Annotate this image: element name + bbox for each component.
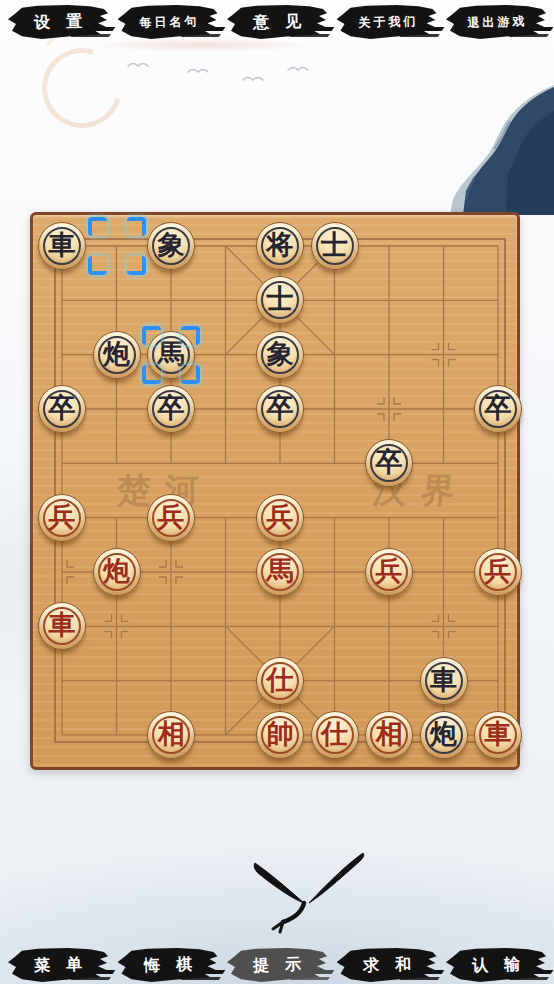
resign-button[interactable]: 认输 <box>446 948 546 982</box>
piece-black-elephant[interactable]: 象 <box>256 331 304 379</box>
top-menu-bar: 设置 每日名句 意见 关于我们 退出游戏 <box>0 5 554 39</box>
piece-black-general[interactable]: 将 <box>256 222 304 270</box>
undo-move-button[interactable]: 悔棋 <box>118 948 218 982</box>
piece-black-soldier[interactable]: 卒 <box>474 385 522 433</box>
feedback-button-label: 意见 <box>227 4 328 41</box>
ink-mountain-icon <box>422 85 554 215</box>
piece-red-soldier[interactable]: 兵 <box>38 494 86 542</box>
piece-glyph: 車 <box>49 232 76 260</box>
piece-red-cannon[interactable]: 炮 <box>93 548 141 596</box>
piece-glyph: 士 <box>321 232 348 260</box>
piece-glyph: 車 <box>485 721 512 749</box>
settings-button-label: 设置 <box>8 4 109 41</box>
offer-draw-button[interactable]: 求和 <box>337 948 437 982</box>
piece-red-general[interactable]: 帥 <box>256 711 304 759</box>
piece-red-soldier[interactable]: 兵 <box>256 494 304 542</box>
piece-glyph: 士 <box>267 286 294 314</box>
piece-black-soldier[interactable]: 卒 <box>147 385 195 433</box>
piece-black-chariot[interactable]: 車 <box>420 657 468 705</box>
piece-glyph: 帥 <box>267 721 294 749</box>
piece-glyph: 象 <box>267 341 294 369</box>
piece-glyph: 相 <box>158 721 185 749</box>
piece-glyph: 仕 <box>321 721 348 749</box>
piece-red-chariot[interactable]: 車 <box>474 711 522 759</box>
piece-glyph: 馬 <box>267 558 294 586</box>
piece-black-horse[interactable]: 馬 <box>147 331 195 379</box>
piece-black-chariot[interactable]: 車 <box>38 222 86 270</box>
about-us-button-label: 关于我们 <box>336 4 437 41</box>
undo-move-button-label: 悔棋 <box>117 947 218 984</box>
ink-bird-icon <box>225 845 375 940</box>
xiangqi-app-screen: 设置 每日名句 意见 关于我们 退出游戏 楚河 汉界 車象将士士炮馬象卒卒卒卒卒… <box>0 0 554 984</box>
piece-red-soldier[interactable]: 兵 <box>474 548 522 596</box>
piece-glyph: 相 <box>376 721 403 749</box>
piece-glyph: 兵 <box>267 504 294 532</box>
piece-glyph: 卒 <box>485 395 512 423</box>
feedback-button[interactable]: 意见 <box>227 5 327 39</box>
piece-glyph: 将 <box>267 232 294 260</box>
piece-glyph: 兵 <box>49 504 76 532</box>
menu-button[interactable]: 菜单 <box>8 948 108 982</box>
menu-button-label: 菜单 <box>8 947 109 984</box>
piece-glyph: 卒 <box>267 395 294 423</box>
daily-quote-button[interactable]: 每日名句 <box>118 5 218 39</box>
piece-black-advisor[interactable]: 士 <box>311 222 359 270</box>
piece-glyph: 卒 <box>158 395 185 423</box>
exit-game-button[interactable]: 退出游戏 <box>446 5 546 39</box>
daily-quote-button-label: 每日名句 <box>117 4 218 41</box>
piece-glyph: 兵 <box>158 504 185 532</box>
piece-glyph: 炮 <box>430 721 457 749</box>
exit-game-button-label: 退出游戏 <box>446 4 547 41</box>
piece-glyph: 象 <box>158 232 185 260</box>
piece-red-chariot[interactable]: 車 <box>38 602 86 650</box>
piece-glyph: 車 <box>49 612 76 640</box>
piece-glyph: 兵 <box>376 558 403 586</box>
piece-red-elephant[interactable]: 相 <box>365 711 413 759</box>
hint-button-label: 提示 <box>227 947 328 984</box>
piece-black-elephant[interactable]: 象 <box>147 222 195 270</box>
piece-glyph: 仕 <box>267 667 294 695</box>
piece-red-elephant[interactable]: 相 <box>147 711 195 759</box>
piece-glyph: 炮 <box>103 341 130 369</box>
distant-birds-icon <box>118 58 338 92</box>
piece-black-cannon[interactable]: 炮 <box>93 331 141 379</box>
piece-black-soldier[interactable]: 卒 <box>38 385 86 433</box>
piece-black-cannon[interactable]: 炮 <box>420 711 468 759</box>
piece-black-advisor[interactable]: 士 <box>256 276 304 324</box>
piece-black-soldier[interactable]: 卒 <box>256 385 304 433</box>
piece-glyph: 炮 <box>103 558 130 586</box>
piece-red-soldier[interactable]: 兵 <box>365 548 413 596</box>
piece-glyph: 車 <box>430 667 457 695</box>
settings-button[interactable]: 设置 <box>8 5 108 39</box>
piece-glyph: 兵 <box>485 558 512 586</box>
xiangqi-board[interactable]: 楚河 汉界 車象将士士炮馬象卒卒卒卒卒車炮兵兵兵炮馬兵兵車仕相帥仕相車 <box>30 212 520 770</box>
hint-button[interactable]: 提示 <box>227 948 327 982</box>
about-us-button[interactable]: 关于我们 <box>337 5 437 39</box>
piece-red-advisor[interactable]: 仕 <box>256 657 304 705</box>
piece-red-soldier[interactable]: 兵 <box>147 494 195 542</box>
piece-red-horse[interactable]: 馬 <box>256 548 304 596</box>
resign-button-label: 认输 <box>446 947 547 984</box>
bottom-menu-bar: 菜单 悔棋 提示 求和 认输 <box>0 948 554 982</box>
offer-draw-button-label: 求和 <box>336 947 437 984</box>
piece-glyph: 馬 <box>158 341 185 369</box>
piece-glyph: 卒 <box>49 395 76 423</box>
piece-black-soldier[interactable]: 卒 <box>365 439 413 487</box>
piece-glyph: 卒 <box>376 449 403 477</box>
piece-red-advisor[interactable]: 仕 <box>311 711 359 759</box>
